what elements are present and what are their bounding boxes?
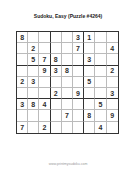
sudoku-cell [73,110,84,121]
sudoku-cell: 4 [95,122,106,133]
sudoku-cell: 7 [73,43,84,54]
sudoku-cell [39,43,50,54]
sudoku-cell: 7 [62,110,73,121]
sudoku-cell [39,110,50,121]
sudoku-cell [107,32,118,43]
sudoku-cell [107,122,118,133]
sudoku-cell: 8 [28,99,39,110]
sudoku-cell [95,88,106,99]
page-title: Sudoku, Easy (Puzzle #4264) [0,13,136,19]
sudoku-cell: 3 [28,77,39,88]
sudoku-cell: 2 [51,88,62,99]
footer-url: www.printmysudoku.com [0,162,136,166]
sudoku-cell: 5 [95,99,106,110]
sudoku-cell [51,32,62,43]
sudoku-cell [51,43,62,54]
sudoku-cell [95,32,106,43]
sudoku-cell [28,66,39,77]
sudoku-cell [39,32,50,43]
sudoku-cell [95,110,106,121]
sudoku-cell [84,122,95,133]
sudoku-cell [51,122,62,133]
sudoku-cell [107,54,118,65]
sudoku-cell: 2 [28,43,39,54]
sudoku-cell: 7 [17,122,28,133]
sudoku-cell: 7 [39,54,50,65]
sudoku-cell: 4 [39,99,50,110]
sudoku-cell [62,88,73,99]
sudoku-cell [17,88,28,99]
sudoku-cell: 5 [28,54,39,65]
sudoku-cell [73,54,84,65]
sudoku-cell [62,43,73,54]
sudoku-cell: 3 [107,88,118,99]
sudoku-cell [39,77,50,88]
sudoku-cell: 3 [73,32,84,43]
sudoku-cell [62,54,73,65]
sudoku-cell [73,99,84,110]
sudoku-cell [95,43,106,54]
sudoku-cell: 1 [84,32,95,43]
sudoku-cell [62,32,73,43]
sudoku-cell: 8 [84,110,95,121]
sudoku-cell: 8 [51,54,62,65]
sudoku-cell: 4 [107,43,118,54]
sudoku-cell [62,77,73,88]
sudoku-cell: 3 [84,54,95,65]
sudoku-cell [84,88,95,99]
sudoku-cell [51,110,62,121]
sudoku-cell [17,110,28,121]
sudoku-cell [84,66,95,77]
sudoku-cell: 9 [73,88,84,99]
sudoku-cell [39,88,50,99]
sudoku-cell [73,66,84,77]
sudoku-cell [17,66,28,77]
sudoku-cell: 5 [84,77,95,88]
sudoku-cell: 2 [39,122,50,133]
sudoku-cell: 9 [107,110,118,121]
sudoku-cell: 8 [17,32,28,43]
sudoku-cell [62,99,73,110]
sudoku-cell [17,43,28,54]
sudoku-cell: 9 [39,66,50,77]
sudoku-cell [17,54,28,65]
sudoku-cell: 8 [62,66,73,77]
sudoku-cell [28,110,39,121]
sudoku-cell [28,88,39,99]
sudoku-board: 831274578393822352933845789724 [16,31,119,134]
sudoku-cell [84,99,95,110]
sudoku-cell [95,66,106,77]
sudoku-cell [62,122,73,133]
sudoku-cell [73,77,84,88]
sudoku-cell [95,54,106,65]
sudoku-cell: 3 [51,66,62,77]
sudoku-cell: 2 [17,77,28,88]
sudoku-cell [107,77,118,88]
sudoku-cell [28,122,39,133]
sudoku-cell: 2 [107,66,118,77]
sudoku-cell [84,43,95,54]
sudoku-cell [95,77,106,88]
sudoku-cell [73,122,84,133]
sudoku-cell [51,99,62,110]
sudoku-cell [107,99,118,110]
sudoku-cell [51,77,62,88]
sudoku-cell: 3 [17,99,28,110]
sudoku-cell [28,32,39,43]
